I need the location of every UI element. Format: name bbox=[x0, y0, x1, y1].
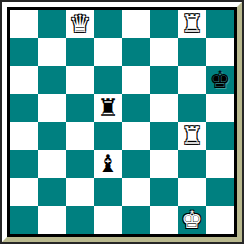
square-b6[interactable] bbox=[38, 66, 66, 94]
square-h6[interactable]: ♚ bbox=[206, 66, 234, 94]
square-g6[interactable] bbox=[178, 66, 206, 94]
square-a7[interactable] bbox=[10, 38, 38, 66]
square-c5[interactable] bbox=[66, 94, 94, 122]
square-h1[interactable] bbox=[206, 206, 234, 234]
square-e1[interactable] bbox=[122, 206, 150, 234]
square-f5[interactable] bbox=[150, 94, 178, 122]
square-e7[interactable] bbox=[122, 38, 150, 66]
square-h2[interactable] bbox=[206, 178, 234, 206]
square-f6[interactable] bbox=[150, 66, 178, 94]
chess-board: ♛♜♚♜♜♝♚ bbox=[10, 10, 234, 234]
square-d4[interactable] bbox=[94, 122, 122, 150]
square-a1[interactable] bbox=[10, 206, 38, 234]
square-g7[interactable] bbox=[178, 38, 206, 66]
board-inner-border: ♛♜♚♜♜♝♚ bbox=[7, 7, 237, 237]
board-frame: ♛♜♚♜♜♝♚ bbox=[0, 0, 244, 244]
square-h7[interactable] bbox=[206, 38, 234, 66]
square-d6[interactable] bbox=[94, 66, 122, 94]
square-d1[interactable] bbox=[94, 206, 122, 234]
square-a8[interactable] bbox=[10, 10, 38, 38]
square-e6[interactable] bbox=[122, 66, 150, 94]
piece-white-king[interactable]: ♚ bbox=[178, 206, 206, 234]
square-g2[interactable] bbox=[178, 178, 206, 206]
square-a5[interactable] bbox=[10, 94, 38, 122]
square-f7[interactable] bbox=[150, 38, 178, 66]
square-g4[interactable]: ♜ bbox=[178, 122, 206, 150]
square-d5[interactable]: ♜ bbox=[94, 94, 122, 122]
square-a2[interactable] bbox=[10, 178, 38, 206]
square-h5[interactable] bbox=[206, 94, 234, 122]
piece-white-rook[interactable]: ♜ bbox=[178, 122, 206, 150]
square-g3[interactable] bbox=[178, 150, 206, 178]
board-mat: ♛♜♚♜♜♝♚ bbox=[2, 2, 242, 242]
piece-black-king[interactable]: ♚ bbox=[206, 66, 234, 94]
square-f1[interactable] bbox=[150, 206, 178, 234]
square-c6[interactable] bbox=[66, 66, 94, 94]
square-d2[interactable] bbox=[94, 178, 122, 206]
square-c4[interactable] bbox=[66, 122, 94, 150]
square-g5[interactable] bbox=[178, 94, 206, 122]
square-d7[interactable] bbox=[94, 38, 122, 66]
piece-white-queen[interactable]: ♛ bbox=[66, 10, 94, 38]
piece-black-bishop[interactable]: ♝ bbox=[94, 150, 122, 178]
square-f2[interactable] bbox=[150, 178, 178, 206]
square-f4[interactable] bbox=[150, 122, 178, 150]
square-c3[interactable] bbox=[66, 150, 94, 178]
square-f3[interactable] bbox=[150, 150, 178, 178]
square-c2[interactable] bbox=[66, 178, 94, 206]
square-e8[interactable] bbox=[122, 10, 150, 38]
square-b3[interactable] bbox=[38, 150, 66, 178]
square-b2[interactable] bbox=[38, 178, 66, 206]
square-a6[interactable] bbox=[10, 66, 38, 94]
square-c1[interactable] bbox=[66, 206, 94, 234]
square-b7[interactable] bbox=[38, 38, 66, 66]
square-g1[interactable]: ♚ bbox=[178, 206, 206, 234]
square-e2[interactable] bbox=[122, 178, 150, 206]
square-a4[interactable] bbox=[10, 122, 38, 150]
square-d3[interactable]: ♝ bbox=[94, 150, 122, 178]
square-b5[interactable] bbox=[38, 94, 66, 122]
square-h3[interactable] bbox=[206, 150, 234, 178]
piece-white-rook[interactable]: ♜ bbox=[178, 10, 206, 38]
square-g8[interactable]: ♜ bbox=[178, 10, 206, 38]
square-h4[interactable] bbox=[206, 122, 234, 150]
square-b1[interactable] bbox=[38, 206, 66, 234]
square-e5[interactable] bbox=[122, 94, 150, 122]
square-e4[interactable] bbox=[122, 122, 150, 150]
square-b4[interactable] bbox=[38, 122, 66, 150]
square-c8[interactable]: ♛ bbox=[66, 10, 94, 38]
square-e3[interactable] bbox=[122, 150, 150, 178]
piece-black-rook[interactable]: ♜ bbox=[94, 94, 122, 122]
square-b8[interactable] bbox=[38, 10, 66, 38]
square-a3[interactable] bbox=[10, 150, 38, 178]
square-f8[interactable] bbox=[150, 10, 178, 38]
square-h8[interactable] bbox=[206, 10, 234, 38]
square-d8[interactable] bbox=[94, 10, 122, 38]
square-c7[interactable] bbox=[66, 38, 94, 66]
